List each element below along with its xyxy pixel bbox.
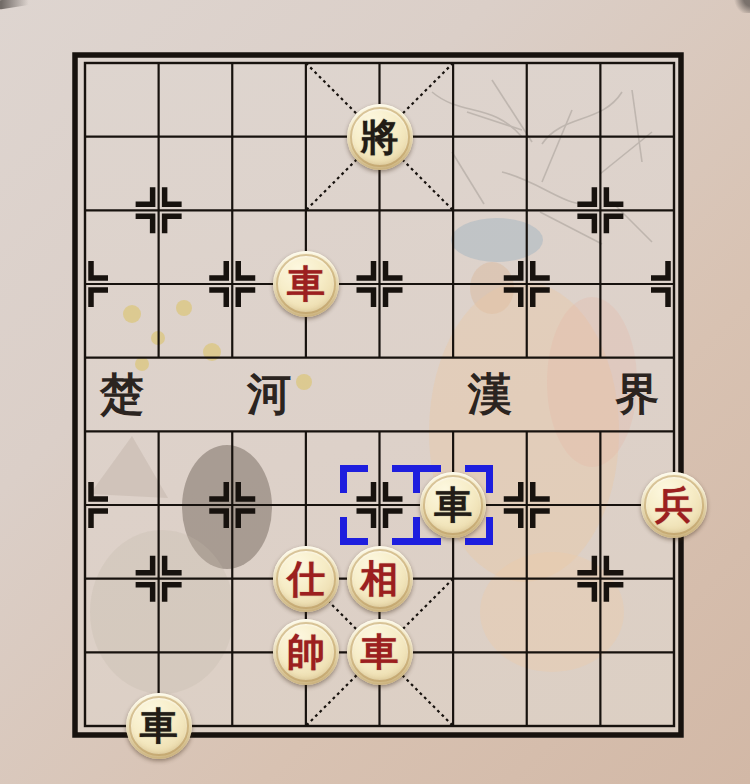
move-from-marker bbox=[340, 465, 420, 545]
piece-black-chariot-1[interactable]: 車 bbox=[420, 472, 486, 538]
river-label-he: 河 bbox=[244, 370, 294, 420]
piece-red-advisor[interactable]: 仕 bbox=[273, 546, 339, 612]
piece-red-chariot-1[interactable]: 車 bbox=[273, 251, 339, 317]
piece-glyph: 兵 bbox=[655, 486, 693, 524]
piece-glyph: 車 bbox=[361, 633, 399, 671]
piece-black-chariot-2[interactable]: 車 bbox=[126, 693, 192, 759]
piece-black-general[interactable]: 將 bbox=[347, 104, 413, 170]
xiangqi-board[interactable]: 楚河漢界 將車車兵仕相帥車車 bbox=[72, 52, 684, 738]
piece-glyph: 車 bbox=[434, 486, 472, 524]
piece-red-elephant[interactable]: 相 bbox=[347, 546, 413, 612]
piece-red-chariot-2[interactable]: 車 bbox=[347, 619, 413, 685]
piece-glyph: 仕 bbox=[287, 560, 325, 598]
river-label-chu: 楚 bbox=[97, 370, 147, 420]
selection-corner-icon bbox=[340, 465, 368, 493]
piece-glyph: 將 bbox=[361, 118, 399, 156]
piece-glyph: 帥 bbox=[287, 633, 325, 671]
river-label-jie: 界 bbox=[612, 370, 662, 420]
piece-glyph: 相 bbox=[361, 560, 399, 598]
piece-glyph: 車 bbox=[287, 265, 325, 303]
river-label-han: 漢 bbox=[465, 370, 515, 420]
selection-corner-icon bbox=[340, 517, 368, 545]
piece-glyph: 車 bbox=[140, 707, 178, 745]
window-corner-artifact-left bbox=[0, 0, 34, 10]
window-corner-artifact-right bbox=[733, 0, 750, 13]
app-background: 楚河漢界 將車車兵仕相帥車車 bbox=[0, 0, 750, 784]
piece-red-general[interactable]: 帥 bbox=[273, 619, 339, 685]
piece-red-soldier[interactable]: 兵 bbox=[641, 472, 707, 538]
